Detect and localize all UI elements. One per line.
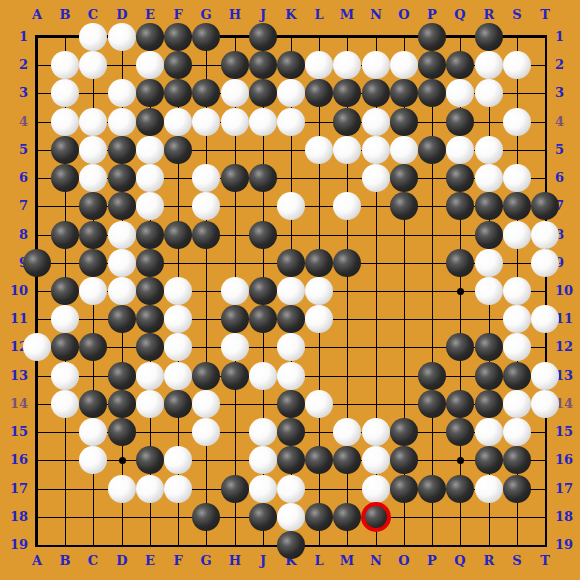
col-label-top-T: T (537, 8, 553, 22)
stone-white-L2 (305, 51, 333, 79)
col-label-top-F: F (170, 8, 186, 22)
stone-black-K9 (277, 249, 305, 277)
stone-white-L11 (305, 305, 333, 333)
stone-black-K14 (277, 390, 305, 418)
col-label-top-D: D (114, 8, 130, 22)
row-label-right-19: 19 (553, 538, 580, 552)
stone-white-D4 (108, 108, 136, 136)
stone-black-E11 (136, 305, 164, 333)
stone-black-O3 (390, 79, 418, 107)
stone-white-J15 (249, 418, 277, 446)
stone-black-C12 (79, 333, 107, 361)
stone-black-B12 (51, 333, 79, 361)
row-label-left-13: 13 (0, 369, 30, 383)
stone-black-J1 (249, 23, 277, 51)
stone-black-M3 (333, 79, 361, 107)
row-label-left-6: 6 (0, 171, 30, 185)
row-label-right-2: 2 (553, 58, 580, 72)
col-label-top-B: B (57, 8, 73, 22)
stone-white-S11 (503, 305, 531, 333)
stone-white-E5 (136, 136, 164, 164)
stone-white-N16 (362, 446, 390, 474)
col-label-bottom-D: D (114, 554, 130, 568)
stone-black-F5 (164, 136, 192, 164)
stone-black-J11 (249, 305, 277, 333)
stone-white-M15 (333, 418, 361, 446)
stone-black-F1 (164, 23, 192, 51)
row-label-right-4: 4 (553, 115, 580, 129)
stone-white-K18 (277, 503, 305, 531)
stone-black-K2 (277, 51, 305, 79)
row-label-left-5: 5 (0, 143, 30, 157)
col-label-top-C: C (85, 8, 101, 22)
stone-white-K12 (277, 333, 305, 361)
stone-white-N15 (362, 418, 390, 446)
stone-white-J4 (249, 108, 277, 136)
stone-white-B14 (51, 390, 79, 418)
row-label-left-15: 15 (0, 425, 30, 439)
stone-white-O5 (390, 136, 418, 164)
stone-black-P17 (418, 475, 446, 503)
stone-white-B4 (51, 108, 79, 136)
stone-black-D15 (108, 418, 136, 446)
stone-black-N3 (362, 79, 390, 107)
col-label-top-J: J (255, 8, 271, 22)
stone-black-E8 (136, 221, 164, 249)
row-label-left-2: 2 (0, 58, 30, 72)
stone-white-T8 (531, 221, 559, 249)
stone-white-N5 (362, 136, 390, 164)
stone-white-H10 (221, 277, 249, 305)
stone-black-D7 (108, 192, 136, 220)
stone-black-K19 (277, 531, 305, 559)
stone-black-E16 (136, 446, 164, 474)
row-label-left-8: 8 (0, 228, 30, 242)
stone-black-F3 (164, 79, 192, 107)
stone-black-B5 (51, 136, 79, 164)
stone-black-P3 (418, 79, 446, 107)
stone-black-Q15 (446, 418, 474, 446)
col-label-bottom-L: L (311, 554, 327, 568)
col-label-bottom-P: P (424, 554, 440, 568)
row-label-left-1: 1 (0, 30, 30, 44)
stone-white-T13 (531, 362, 559, 390)
row-label-right-16: 16 (553, 453, 580, 467)
stone-white-G7 (192, 192, 220, 220)
stone-white-G6 (192, 164, 220, 192)
stone-black-M4 (333, 108, 361, 136)
stone-black-G13 (192, 362, 220, 390)
col-label-bottom-J: J (255, 554, 271, 568)
stone-white-K7 (277, 192, 305, 220)
row-label-right-15: 15 (553, 425, 580, 439)
stone-white-B11 (51, 305, 79, 333)
stone-black-T7 (531, 192, 559, 220)
stone-white-F13 (164, 362, 192, 390)
stone-black-P1 (418, 23, 446, 51)
stone-black-L9 (305, 249, 333, 277)
row-label-left-10: 10 (0, 284, 30, 298)
stone-black-E9 (136, 249, 164, 277)
stone-white-C1 (79, 23, 107, 51)
stone-white-R15 (475, 418, 503, 446)
stone-black-M18 (333, 503, 361, 531)
stone-black-Q6 (446, 164, 474, 192)
stone-white-J17 (249, 475, 277, 503)
stone-white-C15 (79, 418, 107, 446)
stone-white-H12 (221, 333, 249, 361)
stone-black-S16 (503, 446, 531, 474)
stone-black-S7 (503, 192, 531, 220)
stone-black-E1 (136, 23, 164, 51)
stone-white-T14 (531, 390, 559, 418)
stone-black-R16 (475, 446, 503, 474)
row-label-right-18: 18 (553, 510, 580, 524)
stone-black-H2 (221, 51, 249, 79)
stone-white-G4 (192, 108, 220, 136)
stone-black-G8 (192, 221, 220, 249)
col-label-top-M: M (339, 8, 355, 22)
stone-black-R12 (475, 333, 503, 361)
stone-black-R13 (475, 362, 503, 390)
stone-black-J2 (249, 51, 277, 79)
row-label-right-17: 17 (553, 482, 580, 496)
row-label-right-5: 5 (553, 143, 580, 157)
stone-black-O7 (390, 192, 418, 220)
stone-black-E10 (136, 277, 164, 305)
stone-black-C8 (79, 221, 107, 249)
stone-white-D17 (108, 475, 136, 503)
col-label-top-A: A (29, 8, 45, 22)
stone-black-G1 (192, 23, 220, 51)
stone-white-R10 (475, 277, 503, 305)
row-label-left-19: 19 (0, 538, 30, 552)
stone-white-S10 (503, 277, 531, 305)
stone-black-M16 (333, 446, 361, 474)
stone-black-L3 (305, 79, 333, 107)
stone-white-R2 (475, 51, 503, 79)
star-point-Q16 (457, 457, 464, 464)
stone-white-H4 (221, 108, 249, 136)
col-label-bottom-T: T (537, 554, 553, 568)
stone-black-M9 (333, 249, 361, 277)
stone-black-O17 (390, 475, 418, 503)
stone-black-R14 (475, 390, 503, 418)
stone-white-L10 (305, 277, 333, 305)
stone-black-E4 (136, 108, 164, 136)
col-label-bottom-E: E (142, 554, 158, 568)
stone-white-C5 (79, 136, 107, 164)
stone-black-J18 (249, 503, 277, 531)
stone-black-S13 (503, 362, 531, 390)
stone-black-D6 (108, 164, 136, 192)
stone-white-C6 (79, 164, 107, 192)
stone-black-B6 (51, 164, 79, 192)
stone-black-D13 (108, 362, 136, 390)
stone-white-R9 (475, 249, 503, 277)
stone-white-C2 (79, 51, 107, 79)
stone-white-C10 (79, 277, 107, 305)
row-label-right-10: 10 (553, 284, 580, 298)
row-label-left-7: 7 (0, 199, 30, 213)
stone-black-R8 (475, 221, 503, 249)
col-label-top-H: H (227, 8, 243, 22)
row-label-right-1: 1 (553, 30, 580, 44)
col-label-top-L: L (311, 8, 327, 22)
stone-black-O6 (390, 164, 418, 192)
stone-black-Q9 (446, 249, 474, 277)
col-label-bottom-C: C (85, 554, 101, 568)
col-label-top-K: K (283, 8, 299, 22)
stone-white-K13 (277, 362, 305, 390)
row-label-right-12: 12 (553, 340, 580, 354)
stone-white-D1 (108, 23, 136, 51)
col-label-top-E: E (142, 8, 158, 22)
stone-black-K16 (277, 446, 305, 474)
col-label-bottom-R: R (481, 554, 497, 568)
stone-white-D8 (108, 221, 136, 249)
stone-white-N6 (362, 164, 390, 192)
row-label-left-11: 11 (0, 312, 30, 326)
stone-white-F12 (164, 333, 192, 361)
stone-black-E12 (136, 333, 164, 361)
stone-black-B10 (51, 277, 79, 305)
stone-white-G15 (192, 418, 220, 446)
col-label-bottom-S: S (509, 554, 525, 568)
stone-white-F4 (164, 108, 192, 136)
stone-black-R7 (475, 192, 503, 220)
stone-black-H13 (221, 362, 249, 390)
row-label-left-4: 4 (0, 115, 30, 129)
stone-black-P14 (418, 390, 446, 418)
col-label-bottom-N: N (368, 554, 384, 568)
stone-white-M5 (333, 136, 361, 164)
stone-white-M2 (333, 51, 361, 79)
col-label-bottom-M: M (339, 554, 355, 568)
stone-black-J8 (249, 221, 277, 249)
stone-black-O15 (390, 418, 418, 446)
stone-white-T11 (531, 305, 559, 333)
col-label-bottom-F: F (170, 554, 186, 568)
stone-black-C9 (79, 249, 107, 277)
stone-black-F8 (164, 221, 192, 249)
stone-white-A12 (23, 333, 51, 361)
stone-black-K15 (277, 418, 305, 446)
star-point-D16 (119, 457, 126, 464)
stone-white-E14 (136, 390, 164, 418)
stone-white-M7 (333, 192, 361, 220)
goban[interactable]: AABBCCDDEEFFGGHHJJKKLLMMNNOOPPQQRRSSTT11… (0, 0, 580, 580)
stone-white-S2 (503, 51, 531, 79)
stone-white-Q5 (446, 136, 474, 164)
col-label-bottom-A: A (29, 554, 45, 568)
stone-black-D5 (108, 136, 136, 164)
col-label-bottom-Q: Q (452, 554, 468, 568)
stone-white-S8 (503, 221, 531, 249)
stone-white-N17 (362, 475, 390, 503)
stone-black-F2 (164, 51, 192, 79)
stone-black-J3 (249, 79, 277, 107)
stone-black-P5 (418, 136, 446, 164)
stone-black-H6 (221, 164, 249, 192)
stone-white-C16 (79, 446, 107, 474)
stone-white-R5 (475, 136, 503, 164)
stone-white-R6 (475, 164, 503, 192)
stone-black-A9 (23, 249, 51, 277)
col-label-top-O: O (396, 8, 412, 22)
stone-black-Q2 (446, 51, 474, 79)
stone-black-Q14 (446, 390, 474, 418)
col-label-bottom-H: H (227, 554, 243, 568)
stone-white-F16 (164, 446, 192, 474)
stone-black-O4 (390, 108, 418, 136)
stone-white-E6 (136, 164, 164, 192)
stone-white-K4 (277, 108, 305, 136)
stone-white-N4 (362, 108, 390, 136)
stone-white-S12 (503, 333, 531, 361)
col-label-top-Q: Q (452, 8, 468, 22)
stone-white-B2 (51, 51, 79, 79)
stone-black-S17 (503, 475, 531, 503)
stone-white-D9 (108, 249, 136, 277)
stone-black-J10 (249, 277, 277, 305)
stone-white-H3 (221, 79, 249, 107)
stone-white-L14 (305, 390, 333, 418)
stone-black-F14 (164, 390, 192, 418)
stone-black-G3 (192, 79, 220, 107)
stone-white-K10 (277, 277, 305, 305)
stone-black-D14 (108, 390, 136, 418)
stone-white-J13 (249, 362, 277, 390)
stone-white-N2 (362, 51, 390, 79)
stone-white-S6 (503, 164, 531, 192)
stone-white-C4 (79, 108, 107, 136)
stone-black-G18 (192, 503, 220, 531)
stone-white-F10 (164, 277, 192, 305)
last-move-marker (361, 502, 391, 532)
stone-white-R17 (475, 475, 503, 503)
col-label-bottom-G: G (198, 554, 214, 568)
col-label-top-P: P (424, 8, 440, 22)
stone-black-E3 (136, 79, 164, 107)
stone-white-F17 (164, 475, 192, 503)
stone-white-T9 (531, 249, 559, 277)
col-label-top-R: R (481, 8, 497, 22)
col-label-bottom-O: O (396, 554, 412, 568)
stone-white-E7 (136, 192, 164, 220)
stone-black-P13 (418, 362, 446, 390)
row-label-right-3: 3 (553, 86, 580, 100)
stone-white-E2 (136, 51, 164, 79)
stone-white-O2 (390, 51, 418, 79)
stone-black-J6 (249, 164, 277, 192)
stone-black-H11 (221, 305, 249, 333)
stone-white-S15 (503, 418, 531, 446)
stone-white-L5 (305, 136, 333, 164)
stone-black-Q12 (446, 333, 474, 361)
stone-white-S4 (503, 108, 531, 136)
stone-black-C14 (79, 390, 107, 418)
stone-white-J16 (249, 446, 277, 474)
col-label-top-G: G (198, 8, 214, 22)
col-label-top-S: S (509, 8, 525, 22)
stone-black-P2 (418, 51, 446, 79)
stone-black-R1 (475, 23, 503, 51)
row-label-left-3: 3 (0, 86, 30, 100)
stone-black-Q4 (446, 108, 474, 136)
stone-black-L18 (305, 503, 333, 531)
stone-white-Q3 (446, 79, 474, 107)
col-label-top-N: N (368, 8, 384, 22)
stone-white-B13 (51, 362, 79, 390)
star-point-Q10 (457, 288, 464, 295)
stone-white-B3 (51, 79, 79, 107)
row-label-left-14: 14 (0, 397, 30, 411)
stone-white-G14 (192, 390, 220, 418)
stone-black-Q17 (446, 475, 474, 503)
row-label-right-6: 6 (553, 171, 580, 185)
stone-black-B8 (51, 221, 79, 249)
stone-black-O16 (390, 446, 418, 474)
stone-white-S14 (503, 390, 531, 418)
stone-white-R3 (475, 79, 503, 107)
row-label-left-16: 16 (0, 453, 30, 467)
stone-black-D11 (108, 305, 136, 333)
row-label-left-17: 17 (0, 482, 30, 496)
stone-white-F11 (164, 305, 192, 333)
stone-white-D10 (108, 277, 136, 305)
stone-black-K11 (277, 305, 305, 333)
col-label-bottom-B: B (57, 554, 73, 568)
row-label-left-18: 18 (0, 510, 30, 524)
stone-black-H17 (221, 475, 249, 503)
stone-white-K3 (277, 79, 305, 107)
stone-black-L16 (305, 446, 333, 474)
stone-white-D3 (108, 79, 136, 107)
stone-white-E13 (136, 362, 164, 390)
stone-black-Q7 (446, 192, 474, 220)
stone-black-C7 (79, 192, 107, 220)
stone-white-E17 (136, 475, 164, 503)
stone-white-K17 (277, 475, 305, 503)
